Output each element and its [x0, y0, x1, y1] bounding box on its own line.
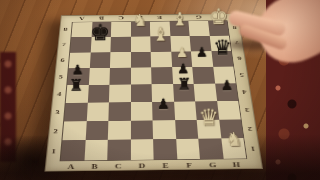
rank-label-5: 5 [234, 66, 249, 83]
black-queen-glyph: ♛ [213, 38, 232, 59]
black-pawn-glyph: ♟ [157, 97, 170, 111]
black-pawn-glyph: ♟ [221, 78, 234, 92]
file-label-b: B [83, 161, 107, 171]
black-king-glyph: ♚ [90, 22, 110, 44]
black-rook-glyph: ♜ [69, 78, 83, 94]
file-label-e: E [154, 160, 178, 170]
file-label-d: D [130, 15, 149, 22]
video-frame: ABCDEFGH ABCDEFGH 87654321 87654321 ♞♝♚♝… [0, 0, 320, 180]
white-pawn-glyph: ♟ [176, 46, 188, 59]
rank-label-6: 6 [232, 50, 247, 66]
black-rook-glyph: ♜ [177, 77, 191, 93]
file-label-a: A [72, 15, 92, 22]
file-label-f: F [169, 14, 189, 21]
white-knight-glyph: ♞ [226, 130, 243, 149]
white-queen-glyph: ♛ [199, 106, 220, 129]
rank-label-4: 4 [237, 83, 253, 101]
black-pawn-glyph: ♟ [177, 62, 189, 76]
file-label-g: G [188, 14, 208, 21]
black-pawn-glyph: ♟ [196, 45, 208, 58]
file-label-h: H [207, 14, 227, 21]
black-pawn-glyph: ♟ [71, 63, 83, 77]
file-label-e: E [150, 14, 170, 21]
white-bishop-glyph: ♝ [152, 25, 169, 44]
chess-board[interactable]: ABCDEFGH ABCDEFGH 87654321 87654321 ♞♝♚♝… [44, 14, 263, 172]
file-label-c: C [111, 15, 131, 22]
file-label-b: B [91, 15, 111, 22]
